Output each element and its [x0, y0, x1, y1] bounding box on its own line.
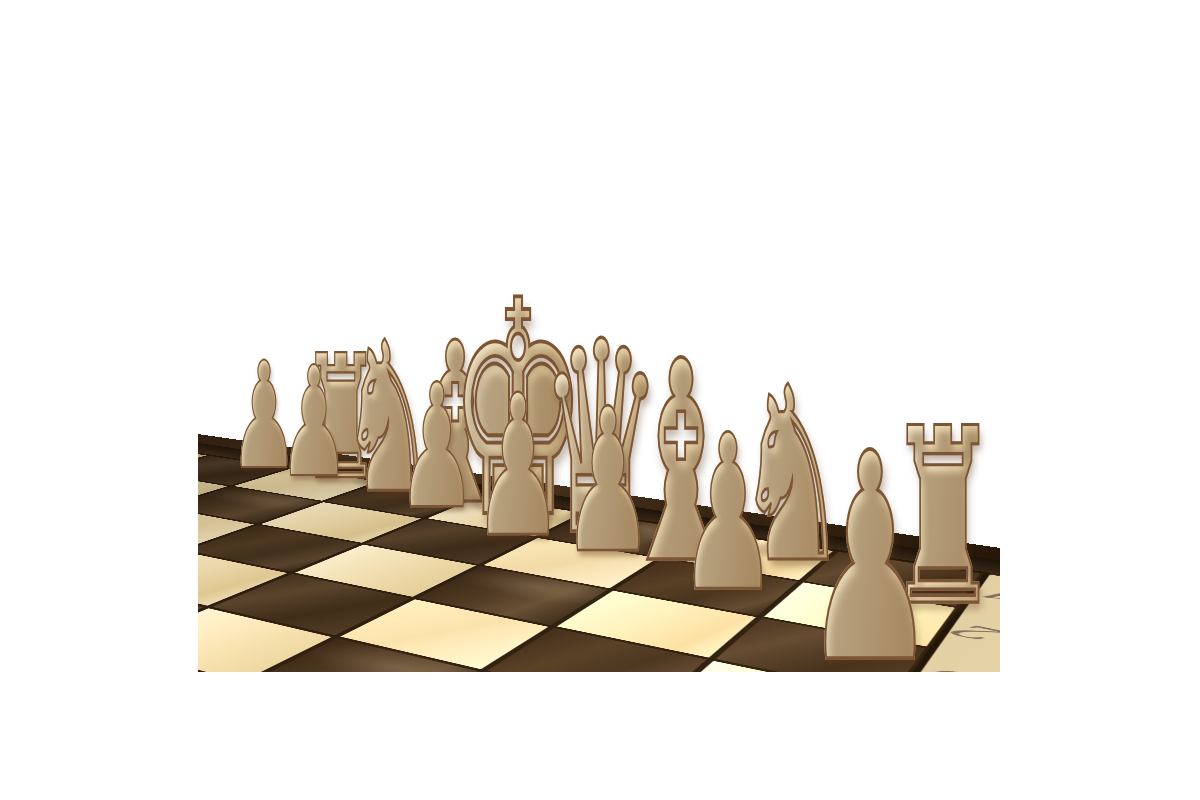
pawn-glyph: ♟	[279, 347, 350, 499]
product-photo-page: 12345678 ♟♟♜♞♟♝♟♚♟♛♟♝♞♟♜	[0, 0, 1200, 800]
pawn-glyph: ♟	[397, 361, 477, 532]
pawn-glyph: ♟	[678, 407, 778, 621]
chessboard-photo: 12345678 ♟♟♜♞♟♝♟♚♟♛♟♝♞♟♜	[198, 180, 1000, 672]
pawn-glyph: ♟	[562, 383, 654, 581]
pawn-glyph: ♟	[803, 416, 937, 672]
pieces-layer: ♟♟♜♞♟♝♟♚♟♛♟♝♞♟♜	[198, 180, 1000, 672]
pawn-glyph: ♟	[473, 369, 564, 564]
